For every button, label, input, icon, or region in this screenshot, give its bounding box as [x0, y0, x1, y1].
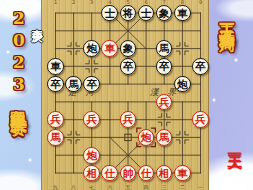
piece-black-cannon[interactable]: 炮	[83, 40, 100, 57]
piece-red-advisor[interactable]: 仕	[101, 165, 118, 182]
piece-black-elephant[interactable]: 象	[156, 5, 173, 22]
file-label-bottom: 三	[159, 184, 169, 190]
app-background: 楚河 漢界 123456789 九八七六五四三二一 士将士象車炮車象馬車卒卒卒卒…	[0, 0, 253, 190]
player-name-red: 王天一	[227, 143, 242, 148]
piece-black-soldier[interactable]: 卒	[120, 58, 137, 75]
piece-red-horse[interactable]: 馬	[156, 129, 173, 146]
file-label-bottom: 九	[51, 184, 61, 190]
piece-black-elephant[interactable]: 象	[120, 40, 137, 57]
piece-red-elephant[interactable]: 相	[156, 165, 173, 182]
piece-red-general[interactable]: 帥	[120, 165, 137, 182]
event-title: 2023象甲半决赛	[10, 8, 27, 106]
file-label-bottom: 八	[69, 184, 79, 190]
piece-black-advisor[interactable]: 士	[138, 5, 155, 22]
file-label-bottom: 五	[123, 184, 133, 190]
piece-red-soldier[interactable]: 兵	[192, 111, 209, 128]
piece-black-soldier[interactable]: 卒	[192, 58, 209, 75]
piece-red-soldier[interactable]: 兵	[120, 111, 137, 128]
piece-black-cannon[interactable]: 炮	[174, 76, 191, 93]
file-label-bottom: 四	[141, 184, 151, 190]
piece-red-cannon[interactable]: 炮	[138, 129, 155, 146]
piece-black-chariot[interactable]: 車	[47, 58, 64, 75]
piece-red-chariot[interactable]: 車	[101, 40, 118, 57]
piece-red-horse[interactable]: 馬	[47, 129, 64, 146]
pieces-layer: 士将士象車炮車象馬車卒卒卒卒馬卒炮兵兵兵兵兵馬炮馬炮相仕帥仕相車	[46, 4, 209, 182]
xiangqi-board: 楚河 漢界 123456789 九八七六五四三二一 士将士象車炮車象馬車卒卒卒卒…	[41, 0, 209, 190]
file-label-bottom: 六	[105, 184, 115, 190]
file-label-bottom: 二	[177, 184, 187, 190]
piece-black-chariot[interactable]: 車	[174, 5, 191, 22]
file-label-bottom: 一	[196, 184, 206, 190]
piece-black-horse[interactable]: 馬	[156, 40, 173, 57]
piece-red-advisor[interactable]: 仕	[138, 165, 155, 182]
piece-red-chariot[interactable]: 車	[174, 165, 191, 182]
piece-black-general[interactable]: 将	[120, 5, 137, 22]
headline: 王天一满分神局	[219, 11, 235, 25]
piece-black-soldier[interactable]: 卒	[83, 76, 100, 93]
piece-black-horse[interactable]: 馬	[65, 76, 82, 93]
piece-red-cannon[interactable]: 炮	[83, 147, 100, 164]
player-name-black: 李少庚	[31, 20, 42, 23]
piece-red-soldier[interactable]: 兵	[83, 111, 100, 128]
piece-red-elephant[interactable]: 相	[83, 165, 100, 182]
piece-black-advisor[interactable]: 士	[101, 5, 118, 22]
piece-red-soldier[interactable]: 兵	[47, 111, 64, 128]
piece-black-soldier[interactable]: 卒	[47, 76, 64, 93]
piece-red-soldier[interactable]: 兵	[156, 94, 173, 111]
file-label-bottom: 七	[87, 184, 97, 190]
piece-black-soldier[interactable]: 卒	[156, 58, 173, 75]
